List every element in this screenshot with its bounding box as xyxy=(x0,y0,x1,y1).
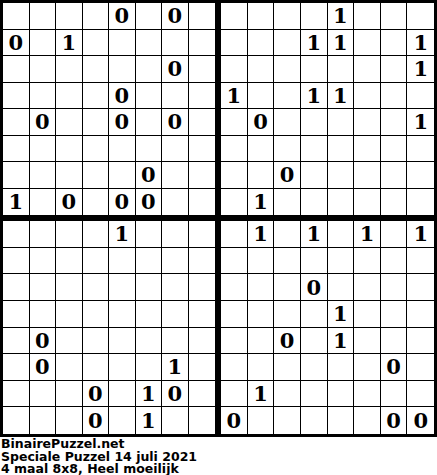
empty-cell[interactable] xyxy=(30,136,57,163)
empty-cell[interactable] xyxy=(407,301,434,328)
empty-cell[interactable] xyxy=(354,274,381,301)
empty-cell[interactable] xyxy=(30,189,57,216)
given-cell: 0 xyxy=(109,189,136,216)
empty-cell[interactable] xyxy=(301,407,328,434)
empty-cell[interactable] xyxy=(328,136,355,163)
empty-cell[interactable] xyxy=(221,248,248,275)
empty-cell[interactable] xyxy=(30,56,57,83)
given-cell: 1 xyxy=(109,221,136,248)
empty-cell[interactable] xyxy=(407,381,434,408)
empty-cell[interactable] xyxy=(136,274,163,301)
empty-cell[interactable] xyxy=(221,189,248,216)
given-cell: 1 xyxy=(301,83,328,110)
empty-cell[interactable] xyxy=(407,162,434,189)
empty-cell[interactable] xyxy=(162,30,189,57)
empty-cell[interactable] xyxy=(83,30,110,57)
given-cell: 1 xyxy=(301,221,328,248)
empty-cell[interactable] xyxy=(189,248,216,275)
empty-cell[interactable] xyxy=(274,83,301,110)
empty-cell[interactable] xyxy=(189,136,216,163)
empty-cell[interactable] xyxy=(3,328,30,355)
empty-cell[interactable] xyxy=(328,162,355,189)
empty-cell[interactable] xyxy=(189,328,216,355)
empty-cell[interactable] xyxy=(221,381,248,408)
empty-cell[interactable] xyxy=(189,83,216,110)
empty-cell[interactable] xyxy=(328,189,355,216)
empty-cell[interactable] xyxy=(56,407,83,434)
empty-cell[interactable] xyxy=(221,274,248,301)
empty-cell[interactable] xyxy=(136,248,163,275)
given-cell: 0 xyxy=(30,328,57,355)
empty-cell[interactable] xyxy=(248,136,275,163)
empty-cell[interactable] xyxy=(381,3,408,30)
empty-cell[interactable] xyxy=(30,221,57,248)
empty-cell[interactable] xyxy=(301,56,328,83)
empty-cell[interactable] xyxy=(248,274,275,301)
empty-cell[interactable] xyxy=(221,328,248,355)
empty-cell[interactable] xyxy=(301,381,328,408)
empty-cell[interactable] xyxy=(407,248,434,275)
puzzle-page: 00010000001000 111111110101 100101001 11… xyxy=(0,0,437,475)
empty-cell[interactable] xyxy=(56,328,83,355)
empty-cell[interactable] xyxy=(3,354,30,381)
empty-cell[interactable] xyxy=(3,301,30,328)
empty-cell[interactable] xyxy=(189,354,216,381)
empty-cell[interactable] xyxy=(301,301,328,328)
empty-cell[interactable] xyxy=(328,56,355,83)
empty-cell[interactable] xyxy=(109,30,136,57)
empty-cell[interactable] xyxy=(136,109,163,136)
empty-cell[interactable] xyxy=(30,407,57,434)
empty-cell[interactable] xyxy=(56,354,83,381)
given-cell: 1 xyxy=(136,381,163,408)
empty-cell[interactable] xyxy=(3,56,30,83)
empty-cell[interactable] xyxy=(189,301,216,328)
empty-cell[interactable] xyxy=(274,56,301,83)
empty-cell[interactable] xyxy=(221,30,248,57)
empty-cell[interactable] xyxy=(301,354,328,381)
empty-cell[interactable] xyxy=(354,109,381,136)
given-cell: 1 xyxy=(407,221,434,248)
given-cell: 0 xyxy=(30,109,57,136)
empty-cell[interactable] xyxy=(274,381,301,408)
empty-cell[interactable] xyxy=(162,274,189,301)
board-top-right: 111111110101 xyxy=(218,0,437,218)
empty-cell[interactable] xyxy=(381,274,408,301)
empty-cell[interactable] xyxy=(301,136,328,163)
given-cell: 0 xyxy=(301,274,328,301)
empty-cell[interactable] xyxy=(407,328,434,355)
empty-cell[interactable] xyxy=(381,56,408,83)
empty-cell[interactable] xyxy=(381,83,408,110)
empty-cell[interactable] xyxy=(136,56,163,83)
empty-cell[interactable] xyxy=(162,83,189,110)
given-cell: 1 xyxy=(221,83,248,110)
board-top-left: 00010000001000 xyxy=(0,0,218,218)
empty-cell[interactable] xyxy=(189,3,216,30)
empty-cell[interactable] xyxy=(189,221,216,248)
empty-cell[interactable] xyxy=(109,407,136,434)
given-cell: 0 xyxy=(162,381,189,408)
empty-cell[interactable] xyxy=(83,3,110,30)
empty-cell[interactable] xyxy=(109,328,136,355)
empty-cell[interactable] xyxy=(248,328,275,355)
empty-cell[interactable] xyxy=(354,83,381,110)
empty-cell[interactable] xyxy=(381,162,408,189)
empty-cell[interactable] xyxy=(328,221,355,248)
empty-cell[interactable] xyxy=(30,381,57,408)
empty-cell[interactable] xyxy=(381,30,408,57)
empty-cell[interactable] xyxy=(162,136,189,163)
empty-cell[interactable] xyxy=(274,109,301,136)
empty-cell[interactable] xyxy=(56,274,83,301)
empty-cell[interactable] xyxy=(162,162,189,189)
empty-cell[interactable] xyxy=(274,221,301,248)
empty-cell[interactable] xyxy=(328,381,355,408)
given-cell: 0 xyxy=(109,3,136,30)
empty-cell[interactable] xyxy=(274,3,301,30)
empty-cell[interactable] xyxy=(274,189,301,216)
empty-cell[interactable] xyxy=(301,3,328,30)
empty-cell[interactable] xyxy=(328,248,355,275)
given-cell: 0 xyxy=(109,83,136,110)
empty-cell[interactable] xyxy=(381,221,408,248)
empty-cell[interactable] xyxy=(3,162,30,189)
empty-cell[interactable] xyxy=(56,301,83,328)
empty-cell[interactable] xyxy=(189,381,216,408)
empty-cell[interactable] xyxy=(83,83,110,110)
empty-cell[interactable] xyxy=(248,83,275,110)
empty-cell[interactable] xyxy=(381,248,408,275)
given-cell: 1 xyxy=(248,189,275,216)
empty-cell[interactable] xyxy=(354,189,381,216)
empty-cell[interactable] xyxy=(56,248,83,275)
empty-cell[interactable] xyxy=(136,354,163,381)
empty-cell[interactable] xyxy=(162,328,189,355)
empty-cell[interactable] xyxy=(136,136,163,163)
empty-cell[interactable] xyxy=(30,162,57,189)
empty-cell[interactable] xyxy=(56,56,83,83)
given-cell: 0 xyxy=(83,407,110,434)
empty-cell[interactable] xyxy=(248,3,275,30)
given-cell: 0 xyxy=(83,381,110,408)
empty-cell[interactable] xyxy=(56,83,83,110)
empty-cell[interactable] xyxy=(189,109,216,136)
empty-cell[interactable] xyxy=(189,56,216,83)
given-cell: 1 xyxy=(248,221,275,248)
empty-cell[interactable] xyxy=(3,248,30,275)
given-cell: 0 xyxy=(221,407,248,434)
empty-cell[interactable] xyxy=(189,407,216,434)
empty-cell[interactable] xyxy=(301,189,328,216)
given-cell: 0 xyxy=(407,407,434,434)
given-cell: 0 xyxy=(30,354,57,381)
empty-cell[interactable] xyxy=(248,354,275,381)
empty-cell[interactable] xyxy=(354,381,381,408)
empty-cell[interactable] xyxy=(407,274,434,301)
empty-cell[interactable] xyxy=(83,221,110,248)
given-cell: 1 xyxy=(328,83,355,110)
empty-cell[interactable] xyxy=(301,248,328,275)
empty-cell[interactable] xyxy=(162,301,189,328)
given-cell: 1 xyxy=(328,30,355,57)
empty-cell[interactable] xyxy=(248,407,275,434)
given-cell: 1 xyxy=(136,407,163,434)
empty-cell[interactable] xyxy=(83,274,110,301)
empty-cell[interactable] xyxy=(30,274,57,301)
empty-cell[interactable] xyxy=(407,83,434,110)
empty-cell[interactable] xyxy=(407,354,434,381)
empty-cell[interactable] xyxy=(221,136,248,163)
empty-cell[interactable] xyxy=(56,381,83,408)
empty-cell[interactable] xyxy=(56,3,83,30)
given-cell: 0 xyxy=(381,407,408,434)
empty-cell[interactable] xyxy=(221,3,248,30)
empty-cell[interactable] xyxy=(328,274,355,301)
puzzle-boards-container: 00010000001000 111111110101 100101001 11… xyxy=(0,0,437,437)
empty-cell[interactable] xyxy=(301,162,328,189)
empty-cell[interactable] xyxy=(354,30,381,57)
empty-cell[interactable] xyxy=(83,136,110,163)
empty-cell[interactable] xyxy=(248,56,275,83)
empty-cell[interactable] xyxy=(56,136,83,163)
empty-cell[interactable] xyxy=(162,221,189,248)
empty-cell[interactable] xyxy=(56,109,83,136)
given-cell: 1 xyxy=(354,221,381,248)
empty-cell[interactable] xyxy=(381,136,408,163)
empty-cell[interactable] xyxy=(56,162,83,189)
empty-cell[interactable] xyxy=(354,248,381,275)
caption: BinairePuzzel.net Speciale Puzzel 14 jul… xyxy=(0,437,437,475)
given-cell: 1 xyxy=(162,354,189,381)
empty-cell[interactable] xyxy=(83,354,110,381)
empty-cell[interactable] xyxy=(248,162,275,189)
given-cell: 0 xyxy=(136,189,163,216)
empty-cell[interactable] xyxy=(248,248,275,275)
given-cell: 0 xyxy=(274,328,301,355)
empty-cell[interactable] xyxy=(354,301,381,328)
given-cell: 1 xyxy=(328,3,355,30)
given-cell: 0 xyxy=(248,109,275,136)
given-cell: 0 xyxy=(381,354,408,381)
empty-cell[interactable] xyxy=(354,407,381,434)
empty-cell[interactable] xyxy=(3,221,30,248)
empty-cell[interactable] xyxy=(83,162,110,189)
empty-cell[interactable] xyxy=(221,354,248,381)
empty-cell[interactable] xyxy=(109,274,136,301)
empty-cell[interactable] xyxy=(109,56,136,83)
empty-cell[interactable] xyxy=(83,109,110,136)
empty-cell[interactable] xyxy=(136,30,163,57)
empty-cell[interactable] xyxy=(136,301,163,328)
given-cell: 1 xyxy=(248,381,275,408)
empty-cell[interactable] xyxy=(189,162,216,189)
empty-cell[interactable] xyxy=(189,274,216,301)
board-bottom-left: 100101001 xyxy=(0,218,218,437)
empty-cell[interactable] xyxy=(3,3,30,30)
empty-cell[interactable] xyxy=(83,301,110,328)
empty-cell[interactable] xyxy=(3,381,30,408)
empty-cell[interactable] xyxy=(407,136,434,163)
given-cell: 1 xyxy=(407,56,434,83)
empty-cell[interactable] xyxy=(354,162,381,189)
board-bottom-right: 1111010101000 xyxy=(218,218,437,437)
empty-cell[interactable] xyxy=(221,56,248,83)
given-cell: 0 xyxy=(162,109,189,136)
empty-cell[interactable] xyxy=(30,3,57,30)
given-cell: 1 xyxy=(328,328,355,355)
empty-cell[interactable] xyxy=(109,381,136,408)
empty-cell[interactable] xyxy=(109,301,136,328)
empty-cell[interactable] xyxy=(3,109,30,136)
empty-cell[interactable] xyxy=(162,248,189,275)
empty-cell[interactable] xyxy=(109,136,136,163)
empty-cell[interactable] xyxy=(221,109,248,136)
given-cell: 1 xyxy=(56,30,83,57)
given-cell: 1 xyxy=(407,30,434,57)
empty-cell[interactable] xyxy=(381,301,408,328)
empty-cell[interactable] xyxy=(381,328,408,355)
empty-cell[interactable] xyxy=(136,328,163,355)
empty-cell[interactable] xyxy=(109,248,136,275)
empty-cell[interactable] xyxy=(328,109,355,136)
given-cell: 1 xyxy=(407,109,434,136)
empty-cell[interactable] xyxy=(83,248,110,275)
empty-cell[interactable] xyxy=(162,407,189,434)
empty-cell[interactable] xyxy=(354,136,381,163)
empty-cell[interactable] xyxy=(221,221,248,248)
empty-cell[interactable] xyxy=(301,328,328,355)
empty-cell[interactable] xyxy=(248,30,275,57)
empty-cell[interactable] xyxy=(354,354,381,381)
empty-cell[interactable] xyxy=(30,301,57,328)
empty-cell[interactable] xyxy=(30,30,57,57)
empty-cell[interactable] xyxy=(162,189,189,216)
empty-cell[interactable] xyxy=(189,189,216,216)
empty-cell[interactable] xyxy=(354,328,381,355)
empty-cell[interactable] xyxy=(136,83,163,110)
empty-cell[interactable] xyxy=(381,109,408,136)
given-cell: 0 xyxy=(162,56,189,83)
empty-cell[interactable] xyxy=(83,189,110,216)
empty-cell[interactable] xyxy=(109,354,136,381)
empty-cell[interactable] xyxy=(3,407,30,434)
empty-cell[interactable] xyxy=(328,354,355,381)
given-cell: 0 xyxy=(56,189,83,216)
given-cell: 1 xyxy=(328,301,355,328)
puzzle-subtitle: 4 maal 8x8, Heel moeilijk xyxy=(1,463,437,475)
given-cell: 0 xyxy=(109,109,136,136)
empty-cell[interactable] xyxy=(274,248,301,275)
empty-cell[interactable] xyxy=(30,248,57,275)
given-cell: 0 xyxy=(162,3,189,30)
empty-cell[interactable] xyxy=(30,83,57,110)
empty-cell[interactable] xyxy=(381,189,408,216)
empty-cell[interactable] xyxy=(83,328,110,355)
given-cell: 0 xyxy=(274,162,301,189)
empty-cell[interactable] xyxy=(3,274,30,301)
given-cell: 0 xyxy=(136,162,163,189)
empty-cell[interactable] xyxy=(189,30,216,57)
empty-cell[interactable] xyxy=(83,56,110,83)
empty-cell[interactable] xyxy=(221,162,248,189)
empty-cell[interactable] xyxy=(3,83,30,110)
empty-cell[interactable] xyxy=(274,301,301,328)
empty-cell[interactable] xyxy=(328,407,355,434)
given-cell: 1 xyxy=(301,30,328,57)
empty-cell[interactable] xyxy=(274,30,301,57)
empty-cell[interactable] xyxy=(274,274,301,301)
given-cell: 0 xyxy=(3,30,30,57)
empty-cell[interactable] xyxy=(109,162,136,189)
empty-cell[interactable] xyxy=(56,221,83,248)
empty-cell[interactable] xyxy=(221,301,248,328)
empty-cell[interactable] xyxy=(407,189,434,216)
empty-cell[interactable] xyxy=(3,136,30,163)
empty-cell[interactable] xyxy=(274,354,301,381)
empty-cell[interactable] xyxy=(274,136,301,163)
empty-cell[interactable] xyxy=(354,56,381,83)
empty-cell[interactable] xyxy=(354,3,381,30)
empty-cell[interactable] xyxy=(248,301,275,328)
empty-cell[interactable] xyxy=(136,3,163,30)
empty-cell[interactable] xyxy=(136,221,163,248)
empty-cell[interactable] xyxy=(381,381,408,408)
empty-cell[interactable] xyxy=(274,407,301,434)
empty-cell[interactable] xyxy=(301,109,328,136)
given-cell: 1 xyxy=(3,189,30,216)
empty-cell[interactable] xyxy=(407,3,434,30)
